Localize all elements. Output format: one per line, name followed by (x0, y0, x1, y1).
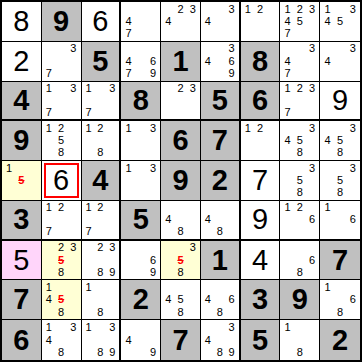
candidate-4: 4 (202, 294, 214, 306)
cell-r6c3[interactable]: 127 (82, 201, 122, 241)
pencil-marks: 3458 (321, 122, 359, 159)
given-digit: 1 (212, 246, 228, 275)
candidate-4: 4 (321, 55, 334, 67)
pencil-marks: 37 (43, 43, 80, 80)
candidate-6: 6 (147, 254, 159, 266)
pencil-marks: 127 (83, 202, 119, 238)
pencil-marks: 12 (242, 3, 279, 40)
candidate-9: 9 (147, 67, 159, 79)
given-digit: 5 (133, 205, 149, 234)
given-digit: 8 (133, 86, 149, 115)
pencil-marks: 1348 (43, 321, 80, 359)
cell-r1c7[interactable]: 12 (241, 2, 281, 42)
given-digit: 4 (13, 86, 29, 115)
candidate-1: 1 (43, 321, 55, 334)
candidate-1: 1 (3, 162, 15, 174)
candidate-7: 7 (122, 67, 134, 79)
candidate-3: 3 (187, 83, 199, 95)
candidate-9: 9 (147, 346, 159, 359)
candidate-4: 4 (202, 334, 214, 347)
cell-r9c7[interactable]: 5 (241, 320, 281, 360)
candidate-2: 2 (174, 83, 186, 95)
candidate-3: 3 (306, 83, 318, 95)
candidate-3: 3 (106, 321, 118, 334)
cell-r7c2[interactable]: 2358 (42, 241, 82, 281)
candidate-4: 4 (202, 55, 214, 67)
candidate-7: 7 (281, 106, 293, 118)
candidate-8: 8 (94, 346, 106, 359)
pencil-marks: 1458 (43, 281, 80, 318)
cell-r9c1[interactable]: 6 (2, 320, 42, 360)
pencil-marks: 1345 (321, 3, 359, 40)
candidate-1: 1 (242, 122, 254, 134)
candidate-1: 1 (321, 202, 334, 214)
given-digit: 8 (252, 47, 268, 76)
cell-r3c1[interactable]: 4 (2, 82, 42, 122)
candidate-5: 5 (294, 15, 306, 27)
given-digit: 9 (172, 166, 188, 195)
given-digit: 6 (13, 326, 29, 355)
given-digit: 9 (53, 7, 69, 36)
candidate-8: 8 (55, 147, 67, 159)
candidate-5: 5 (334, 174, 347, 186)
candidate-2: 2 (94, 242, 106, 254)
given-digit: 2 (332, 326, 348, 355)
pencil-marks: 13 (122, 162, 159, 199)
candidate-3: 3 (306, 43, 318, 55)
cell-r9c8[interactable]: 18 (280, 320, 320, 360)
candidate-1: 1 (242, 3, 254, 15)
pencil-marks: 47 (122, 3, 159, 40)
candidate-8: 8 (174, 266, 186, 278)
pencil-marks: 358 (321, 162, 359, 199)
candidate-4: 4 (122, 55, 134, 67)
candidate-4: 4 (202, 214, 214, 226)
cell-r9c6[interactable]: 3489 (201, 320, 241, 360)
candidate-3: 3 (147, 122, 159, 134)
candidate-8: 8 (94, 147, 106, 159)
pencil-marks: 458 (162, 281, 199, 318)
cell-r8c9[interactable]: 168 (320, 280, 360, 320)
pencil-marks: 358 (281, 162, 318, 199)
cell-r7c4[interactable]: 69 (121, 241, 161, 281)
candidate-6: 6 (306, 214, 318, 226)
given-digit: 6 (252, 86, 268, 115)
pencil-marks: 3469 (202, 43, 238, 80)
eliminated-candidate-5: 5 (174, 254, 186, 266)
cell-r7c7[interactable]: 4 (241, 241, 281, 281)
candidate-2: 2 (55, 202, 67, 214)
cell-r4c7[interactable]: 12 (241, 121, 281, 161)
cell-r4c3[interactable]: 128 (82, 121, 122, 161)
cell-r5c1[interactable]: 15 (2, 161, 42, 201)
cell-r2c8[interactable]: 347 (280, 42, 320, 82)
candidate-8: 8 (334, 147, 347, 159)
candidate-5: 5 (174, 294, 186, 306)
cell-r7c9[interactable]: 7 (320, 241, 360, 281)
candidate-3: 3 (67, 321, 79, 334)
pencil-marks: 137 (83, 83, 119, 119)
candidate-3: 3 (226, 43, 238, 55)
cell-r9c5[interactable]: 7 (161, 320, 201, 360)
cell-r6c6[interactable]: 48 (201, 201, 241, 241)
candidate-2: 2 (294, 83, 306, 95)
cell-r9c4[interactable]: 49 (121, 320, 161, 360)
candidate-3: 3 (106, 242, 118, 254)
candidate-3: 3 (106, 83, 118, 95)
pencil-marks: 68 (281, 242, 318, 279)
given-digit: 7 (172, 326, 188, 355)
candidate-1: 1 (281, 3, 293, 15)
candidate-1: 1 (43, 202, 55, 214)
cell-r5c2[interactable]: 6 (42, 161, 82, 201)
candidate-7: 7 (83, 226, 95, 238)
cell-r1c5[interactable]: 234 (161, 2, 201, 42)
pencil-marks: 13 (122, 122, 159, 159)
solved-digit: 6 (53, 166, 69, 195)
cell-r4c6[interactable]: 7 (201, 121, 241, 161)
cell-r9c9[interactable]: 2 (320, 320, 360, 360)
solved-digit: 2 (13, 47, 29, 76)
cell-r2c5[interactable]: 1 (161, 42, 201, 82)
pencil-marks: 18 (83, 281, 119, 318)
pencil-marks: 34 (321, 43, 359, 80)
cell-r4c4[interactable]: 13 (121, 121, 161, 161)
pencil-marks: 34 (202, 3, 238, 40)
cell-r8c8[interactable]: 9 (280, 280, 320, 320)
cell-r2c2[interactable]: 37 (42, 42, 82, 82)
pencil-marks: 1258 (43, 122, 80, 159)
candidate-8: 8 (174, 306, 186, 318)
candidate-2: 2 (55, 242, 67, 254)
cell-r6c4[interactable]: 5 (121, 201, 161, 241)
candidate-6: 6 (306, 254, 318, 266)
cell-r1c4[interactable]: 47 (121, 2, 161, 42)
candidate-4: 4 (122, 15, 134, 27)
candidate-4: 4 (321, 15, 334, 27)
cell-r2c7[interactable]: 8 (241, 42, 281, 82)
pencil-marks: 123457 (281, 3, 318, 40)
given-digit: 7 (212, 126, 228, 155)
candidate-3: 3 (226, 3, 238, 15)
candidate-1: 1 (83, 202, 95, 214)
candidate-1: 1 (43, 83, 55, 95)
candidate-3: 3 (346, 43, 359, 55)
candidate-1: 1 (281, 202, 293, 214)
cell-r6c9[interactable]: 16 (320, 201, 360, 241)
cell-r9c2[interactable]: 1348 (42, 320, 82, 360)
given-digit: 7 (332, 246, 348, 275)
candidate-3: 3 (346, 3, 359, 15)
cell-r3c5[interactable]: 23 (161, 82, 201, 122)
given-digit: 2 (212, 166, 228, 195)
sudoku-board: 8964723434121234571345237546791346983473… (0, 0, 362, 362)
cell-r6c5[interactable]: 48 (161, 201, 201, 241)
candidate-8: 8 (214, 226, 226, 238)
candidate-3: 3 (306, 122, 318, 134)
candidate-8: 8 (334, 306, 347, 318)
pencil-marks: 3458 (281, 122, 318, 159)
candidate-9: 9 (147, 266, 159, 278)
candidate-1: 1 (83, 281, 95, 293)
pencil-marks: 16 (321, 202, 359, 238)
cell-r5c3[interactable]: 4 (82, 161, 122, 201)
candidate-5: 5 (334, 15, 347, 27)
candidate-4: 4 (281, 135, 293, 147)
candidate-3: 3 (306, 3, 318, 15)
cell-r2c4[interactable]: 4679 (121, 42, 161, 82)
cell-r6c1[interactable]: 3 (2, 201, 42, 241)
candidate-9: 9 (226, 346, 238, 359)
candidate-2: 2 (55, 122, 67, 134)
candidate-7: 7 (43, 106, 55, 118)
pencil-marks: 358 (162, 242, 199, 279)
candidate-2: 2 (254, 3, 266, 15)
candidate-9: 9 (226, 67, 238, 79)
cell-r6c8[interactable]: 126 (280, 201, 320, 241)
candidate-4: 4 (281, 55, 293, 67)
cell-r5c7[interactable]: 7 (241, 161, 281, 201)
cell-r1c2[interactable]: 9 (42, 2, 82, 42)
candidate-3: 3 (187, 3, 199, 15)
candidate-6: 6 (346, 214, 359, 226)
candidate-8: 8 (55, 266, 67, 278)
pencil-marks: 3489 (202, 321, 238, 359)
candidate-3: 3 (187, 242, 199, 254)
candidate-5: 5 (294, 174, 306, 186)
cell-r3c2[interactable]: 137 (42, 82, 82, 122)
candidate-8: 8 (334, 187, 347, 199)
candidate-8: 8 (55, 306, 67, 318)
pencil-marks: 347 (281, 43, 318, 80)
candidate-1: 1 (321, 281, 334, 293)
cell-r8c4[interactable]: 2 (121, 280, 161, 320)
solved-digit: 6 (92, 7, 108, 36)
candidate-4: 4 (162, 15, 174, 27)
candidate-1: 1 (281, 83, 293, 95)
given-digit: 7 (13, 285, 29, 314)
candidate-4: 4 (281, 15, 293, 27)
given-digit: 1 (172, 47, 188, 76)
candidate-1: 1 (122, 162, 134, 174)
solved-digit: 7 (252, 166, 268, 195)
cell-r4c2[interactable]: 1258 (42, 121, 82, 161)
cell-r7c3[interactable]: 2389 (82, 241, 122, 281)
candidate-1: 1 (83, 122, 95, 134)
cell-r3c8[interactable]: 1237 (280, 82, 320, 122)
given-digit: 3 (252, 285, 268, 314)
pencil-marks: 48 (162, 202, 199, 238)
cell-r8c6[interactable]: 468 (201, 280, 241, 320)
solved-digit: 8 (13, 7, 29, 36)
candidate-8: 8 (214, 346, 226, 359)
candidate-3: 3 (67, 242, 79, 254)
candidate-3: 3 (67, 43, 79, 55)
candidate-8: 8 (294, 147, 306, 159)
cell-r3c4[interactable]: 8 (121, 82, 161, 122)
cell-r5c6[interactable]: 2 (201, 161, 241, 201)
solved-digit: 9 (252, 205, 268, 234)
candidate-8: 8 (294, 187, 306, 199)
cell-r2c1[interactable]: 2 (2, 42, 42, 82)
candidate-2: 2 (254, 122, 266, 134)
candidate-8: 8 (55, 346, 67, 359)
eliminated-candidate-5: 5 (15, 174, 27, 186)
candidate-4: 4 (202, 15, 214, 27)
cell-r7c8[interactable]: 68 (280, 241, 320, 281)
candidate-6: 6 (147, 55, 159, 67)
pencil-marks: 18 (281, 321, 318, 359)
candidate-2: 2 (174, 3, 186, 15)
cell-r3c3[interactable]: 137 (82, 82, 122, 122)
candidate-4: 4 (122, 334, 134, 347)
cell-r6c2[interactable]: 127 (42, 201, 82, 241)
pencil-marks: 48 (202, 202, 238, 238)
candidate-1: 1 (83, 321, 95, 334)
candidate-2: 2 (294, 3, 306, 15)
candidate-5: 5 (55, 135, 67, 147)
cell-r8c1[interactable]: 7 (2, 280, 42, 320)
pencil-marks: 4679 (122, 43, 159, 80)
pencil-marks: 1389 (83, 321, 119, 359)
cell-r8c5[interactable]: 458 (161, 280, 201, 320)
pencil-marks: 468 (202, 281, 238, 318)
given-digit: 5 (212, 86, 228, 115)
candidate-1: 1 (43, 281, 55, 293)
candidate-2: 2 (294, 202, 306, 214)
cell-r7c1[interactable]: 5 (2, 241, 42, 281)
eliminated-candidate-5: 5 (55, 254, 67, 266)
cell-r8c3[interactable]: 18 (82, 280, 122, 320)
given-digit: 4 (92, 166, 108, 195)
candidate-3: 3 (306, 162, 318, 174)
solved-digit: 4 (252, 246, 268, 275)
candidate-1: 1 (83, 83, 95, 95)
candidate-3: 3 (346, 122, 359, 134)
candidate-8: 8 (294, 346, 306, 359)
candidate-8: 8 (174, 226, 186, 238)
candidate-7: 7 (43, 226, 55, 238)
candidate-9: 9 (106, 266, 118, 278)
cell-r3c6[interactable]: 5 (201, 82, 241, 122)
cell-r2c9[interactable]: 34 (320, 42, 360, 82)
cell-r8c7[interactable]: 3 (241, 280, 281, 320)
candidate-8: 8 (94, 266, 106, 278)
pencil-marks: 127 (43, 202, 80, 238)
cell-r4c1[interactable]: 9 (2, 121, 42, 161)
candidate-2: 2 (94, 202, 106, 214)
candidate-1: 1 (321, 3, 334, 15)
given-digit: 6 (172, 126, 188, 155)
pencil-marks: 234 (162, 3, 199, 40)
given-digit: 5 (252, 326, 268, 355)
candidate-6: 6 (226, 294, 238, 306)
pencil-marks: 23 (162, 83, 199, 119)
candidate-4: 4 (162, 294, 174, 306)
candidate-6: 6 (226, 55, 238, 67)
cell-r7c6[interactable]: 1 (201, 241, 241, 281)
given-digit: 5 (92, 47, 108, 76)
candidate-4: 4 (321, 135, 334, 147)
candidate-7: 7 (122, 28, 134, 40)
candidate-2: 2 (94, 122, 106, 134)
cell-r4c5[interactable]: 6 (161, 121, 201, 161)
cell-r1c8[interactable]: 123457 (280, 2, 320, 42)
pencil-marks: 137 (43, 83, 80, 119)
cell-r5c4[interactable]: 13 (121, 161, 161, 201)
cell-r7c5[interactable]: 358 (161, 241, 201, 281)
candidate-1: 1 (122, 122, 134, 134)
candidate-3: 3 (147, 162, 159, 174)
pencil-marks: 2358 (43, 242, 80, 279)
candidate-3: 3 (67, 83, 79, 95)
cell-r3c7[interactable]: 6 (241, 82, 281, 122)
cell-r5c5[interactable]: 9 (161, 161, 201, 201)
cell-r2c3[interactable]: 5 (82, 42, 122, 82)
candidate-6: 6 (346, 294, 359, 306)
given-digit: 9 (13, 126, 29, 155)
pencil-marks: 168 (321, 281, 359, 318)
cell-r1c6[interactable]: 34 (201, 2, 241, 42)
candidate-7: 7 (83, 106, 95, 118)
pencil-marks: 49 (122, 321, 159, 359)
given-digit: 2 (133, 285, 149, 314)
pencil-marks: 128 (83, 122, 119, 159)
cell-r1c9[interactable]: 1345 (320, 2, 360, 42)
given-digit: 9 (292, 285, 308, 314)
cell-r2c6[interactable]: 3469 (201, 42, 241, 82)
candidate-1: 1 (43, 122, 55, 134)
eliminated-candidate-5: 5 (55, 294, 67, 306)
solved-digit: 5 (13, 246, 29, 275)
given-digit: 3 (13, 205, 29, 234)
solved-digit: 9 (332, 86, 348, 115)
candidate-7: 7 (43, 67, 55, 79)
cell-r1c1[interactable]: 8 (2, 2, 42, 42)
candidate-5: 5 (334, 135, 347, 147)
candidate-8: 8 (294, 266, 306, 278)
cell-r8c2[interactable]: 1458 (42, 280, 82, 320)
candidate-5: 5 (294, 135, 306, 147)
candidate-8: 8 (214, 306, 226, 318)
cell-r5c8[interactable]: 358 (280, 161, 320, 201)
cell-r6c7[interactable]: 9 (241, 201, 281, 241)
candidate-9: 9 (106, 346, 118, 359)
pencil-marks: 2389 (83, 242, 119, 279)
candidate-3: 3 (226, 321, 238, 334)
pencil-marks: 126 (281, 202, 318, 238)
cell-r3c9[interactable]: 9 (320, 82, 360, 122)
candidate-7: 7 (281, 67, 293, 79)
cell-r9c3[interactable]: 1389 (82, 320, 122, 360)
candidate-8: 8 (94, 306, 106, 318)
candidate-4: 4 (162, 214, 174, 226)
candidate-1: 1 (281, 321, 293, 334)
candidate-4: 4 (43, 294, 55, 306)
cell-r4c9[interactable]: 3458 (320, 121, 360, 161)
pencil-marks: 1237 (281, 83, 318, 119)
candidate-7: 7 (281, 28, 293, 40)
pencil-marks: 15 (3, 162, 40, 199)
pencil-marks: 12 (242, 122, 279, 159)
candidate-3: 3 (346, 162, 359, 174)
cell-r5c9[interactable]: 358 (320, 161, 360, 201)
pencil-marks: 69 (122, 242, 159, 279)
candidate-4: 4 (43, 334, 55, 347)
cell-r4c8[interactable]: 3458 (280, 121, 320, 161)
cell-r1c3[interactable]: 6 (82, 2, 122, 42)
